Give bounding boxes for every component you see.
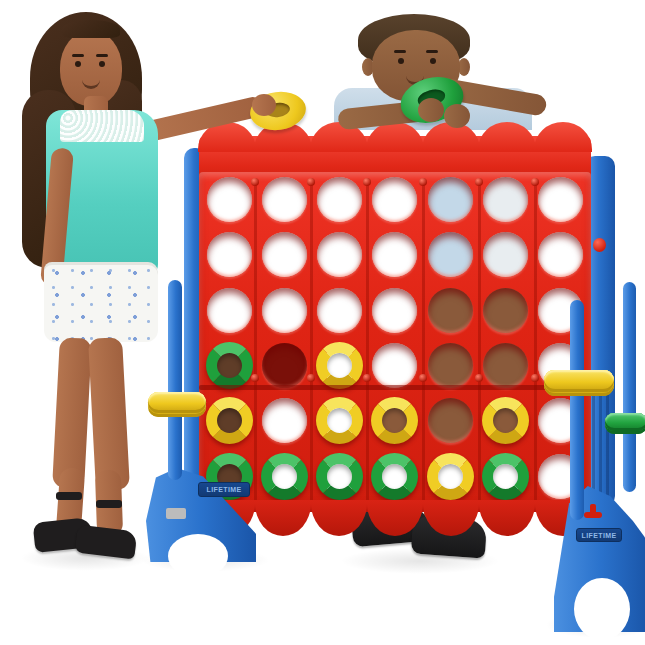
rivet (251, 374, 259, 382)
empty-hole (428, 232, 473, 277)
green-ring (261, 453, 308, 500)
right-base-arch (574, 578, 630, 640)
board-body (199, 172, 591, 512)
release-knob (593, 238, 606, 252)
right-storage-peg-yellow (570, 300, 584, 520)
cell-r2c4 (367, 227, 422, 282)
rivet (475, 178, 483, 186)
boy-hand (444, 104, 470, 128)
cell-r1c1 (202, 172, 257, 227)
rivet (363, 178, 371, 186)
empty-hole (483, 232, 528, 277)
brand-plate-right-text: LIFETIME (581, 532, 616, 539)
bottom-scallop (255, 500, 311, 536)
cell-r6c5 (423, 449, 478, 504)
empty-hole (372, 288, 417, 333)
scene: LIFETIME LIFETIME (0, 0, 645, 645)
column-rib (422, 178, 425, 502)
empty-hole (538, 232, 583, 277)
stored-yellow-ring (544, 370, 614, 392)
cell-r2c6 (478, 227, 533, 282)
empty-hole (262, 288, 307, 333)
cell-r2c7 (533, 227, 588, 282)
empty-hole (317, 288, 362, 333)
top-scallop (534, 122, 592, 152)
cell-r3c3 (312, 283, 367, 338)
rivet (251, 178, 259, 186)
empty-hole (207, 288, 252, 333)
empty-hole (538, 177, 583, 222)
green-ring (371, 453, 418, 500)
yellow-ring (316, 397, 363, 444)
empty-hole (372, 232, 417, 277)
cell-r2c5 (423, 227, 478, 282)
cell-r5c4 (367, 393, 422, 448)
green-ring (316, 453, 363, 500)
empty-hole (262, 232, 307, 277)
column-rib (366, 178, 369, 502)
cell-r3c1 (202, 283, 257, 338)
empty-hole (428, 177, 473, 222)
boy-eye (398, 58, 404, 64)
leg-rib (606, 386, 609, 496)
cell-r5c6 (478, 393, 533, 448)
girl-smile (82, 80, 100, 89)
column-rib (534, 178, 537, 502)
girl-front-leg (88, 337, 130, 491)
girl-ankle-strap (56, 492, 82, 500)
cell-r1c2 (257, 172, 312, 227)
board-grid (202, 172, 588, 504)
girl-eye (75, 61, 81, 67)
cell-r1c5 (423, 172, 478, 227)
yellow-ring (482, 397, 529, 444)
empty-hole (483, 288, 528, 333)
empty-hole (428, 288, 473, 333)
connect-four-board (199, 122, 591, 560)
empty-hole (317, 232, 362, 277)
right-storage-peg-green (623, 282, 636, 492)
left-base-arch (168, 534, 228, 578)
yellow-ring (427, 453, 474, 500)
cell-r1c6 (478, 172, 533, 227)
bottom-scallop (479, 500, 535, 536)
cell-r1c7 (533, 172, 588, 227)
leg-rib (592, 386, 595, 496)
empty-hole (262, 177, 307, 222)
boy-eye (430, 58, 436, 64)
empty-hole (317, 177, 362, 222)
cell-r5c1 (202, 393, 257, 448)
yellow-ring (206, 397, 253, 444)
boy-brow (394, 50, 406, 53)
column-rib (310, 178, 313, 502)
leg-rib (599, 392, 602, 508)
cell-r3c6 (478, 283, 533, 338)
empty-hole (428, 343, 473, 388)
girl-back-leg (52, 337, 92, 488)
cell-r5c5 (423, 393, 478, 448)
girl-lace-yoke (60, 110, 144, 142)
top-scallop (478, 122, 536, 152)
brand-plate-right: LIFETIME (576, 528, 622, 542)
rivet (307, 374, 315, 382)
girl-brow (72, 54, 84, 57)
empty-hole (428, 398, 473, 443)
rivet (419, 178, 427, 186)
column-rib (478, 178, 481, 502)
panel-seam (199, 385, 591, 390)
empty-hole (262, 343, 307, 388)
cell-r6c6 (478, 449, 533, 504)
cell-r3c4 (367, 283, 422, 338)
cell-r1c4 (367, 172, 422, 227)
cell-r5c3 (312, 393, 367, 448)
empty-hole (483, 177, 528, 222)
empty-hole (262, 398, 307, 443)
column-rib (254, 178, 257, 502)
cell-r6c4 (367, 449, 422, 504)
cell-r1c3 (312, 172, 367, 227)
girl-brow (96, 54, 108, 57)
girl-hand (252, 94, 276, 116)
cell-r2c2 (257, 227, 312, 282)
bottom-scallop (311, 500, 367, 536)
girl-shorts (44, 262, 158, 342)
rivet (307, 178, 315, 186)
stored-yellow-ring (148, 392, 206, 413)
green-ring (482, 453, 529, 500)
cell-r6c2 (257, 449, 312, 504)
cell-r2c3 (312, 227, 367, 282)
cell-r6c3 (312, 449, 367, 504)
cell-r2c1 (202, 227, 257, 282)
rivet (531, 374, 539, 382)
brand-plate-left-text: LIFETIME (206, 486, 241, 493)
bottom-scallop (423, 500, 479, 536)
cell-r3c5 (423, 283, 478, 338)
rivet (531, 178, 539, 186)
cell-r5c2 (257, 393, 312, 448)
girl-face (60, 30, 122, 106)
yellow-ring (371, 397, 418, 444)
empty-hole (372, 177, 417, 222)
yellow-ring (316, 342, 363, 389)
rivet (419, 374, 427, 382)
brand-plate-left: LIFETIME (198, 482, 250, 497)
cell-r3c2 (257, 283, 312, 338)
rivet (475, 374, 483, 382)
boy-brow (426, 50, 438, 53)
rivet (363, 374, 371, 382)
boy-hand (418, 98, 444, 122)
girl-ankle-strap (96, 500, 122, 508)
green-ring (206, 342, 253, 389)
empty-hole (483, 343, 528, 388)
girl-headband (62, 20, 120, 38)
red-lever-bar (584, 512, 602, 518)
empty-hole (207, 232, 252, 277)
girl-eye (99, 61, 105, 67)
left-storage-peg (168, 280, 182, 480)
stored-green-ring (605, 413, 645, 431)
empty-hole (372, 343, 417, 388)
bottom-scallop (367, 500, 423, 536)
left-foot-sticker (166, 508, 186, 519)
empty-hole (207, 177, 252, 222)
